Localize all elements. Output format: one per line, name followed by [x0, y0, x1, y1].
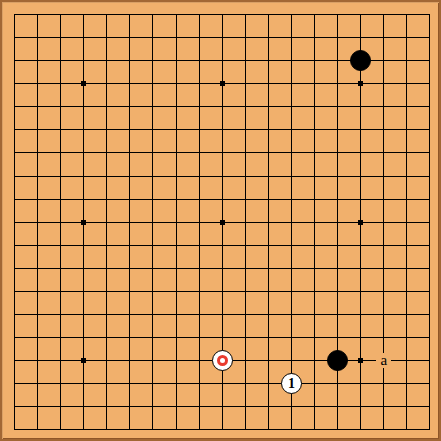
stone-white-N3: 1 [281, 373, 302, 394]
stone-black-Q17 [350, 50, 371, 71]
move-number-label: 1 [288, 376, 295, 390]
red-circle-marker-icon [217, 355, 228, 366]
point-label-R4: a [376, 353, 391, 368]
stone-black-P4 [327, 350, 348, 371]
go-board: 1a [0, 0, 441, 441]
board-stones: 1a [2, 2, 439, 439]
stone-white-K4 [212, 350, 233, 371]
